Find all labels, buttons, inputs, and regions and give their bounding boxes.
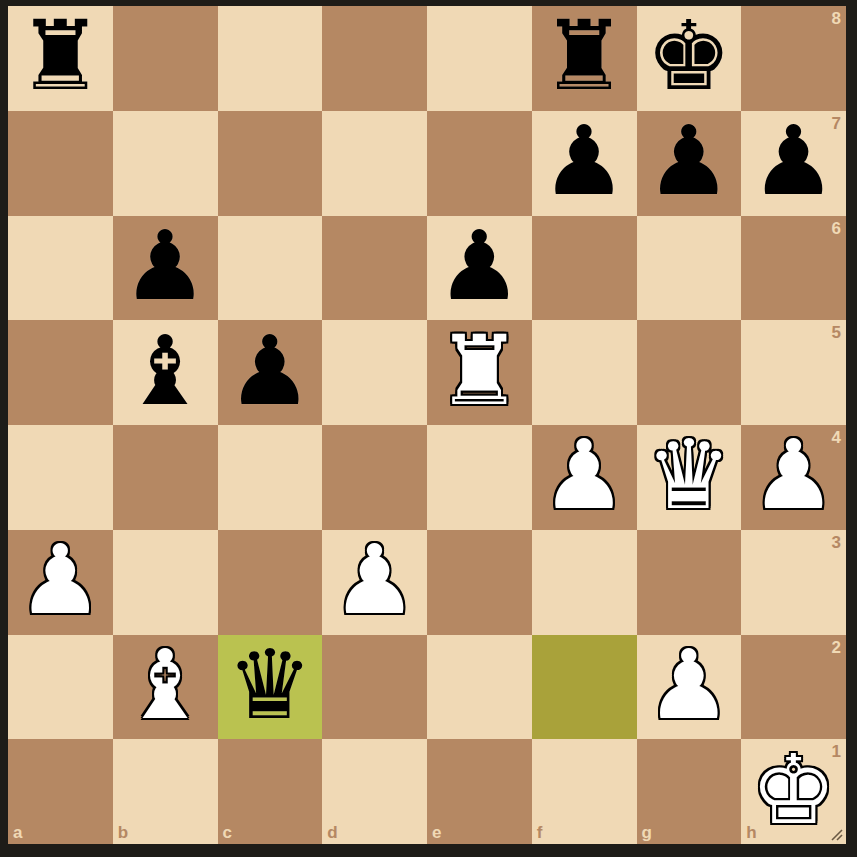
square-c2[interactable]: ♛	[218, 635, 323, 740]
square-c7[interactable]	[218, 111, 323, 216]
white-queen[interactable]: ♛	[646, 423, 732, 527]
square-c3[interactable]	[218, 530, 323, 635]
square-h7[interactable]: 7♟	[741, 111, 846, 216]
square-a7[interactable]	[8, 111, 113, 216]
file-label-f: f	[537, 824, 543, 841]
square-a8[interactable]: ♜	[8, 6, 113, 111]
white-pawn[interactable]: ♟	[751, 423, 837, 527]
file-label-a: a	[13, 824, 22, 841]
square-f7[interactable]: ♟	[532, 111, 637, 216]
square-h5[interactable]: 5	[741, 320, 846, 425]
black-pawn[interactable]: ♟	[646, 109, 732, 213]
white-pawn[interactable]: ♟	[541, 423, 627, 527]
black-pawn[interactable]: ♟	[122, 214, 208, 318]
file-label-d: d	[327, 824, 337, 841]
square-f4[interactable]: ♟	[532, 425, 637, 530]
square-h3[interactable]: 3	[741, 530, 846, 635]
white-pawn[interactable]: ♟	[332, 528, 418, 632]
square-f8[interactable]: ♜	[532, 6, 637, 111]
rank-label-3: 3	[832, 534, 841, 551]
black-pawn[interactable]: ♟	[751, 109, 837, 213]
square-e4[interactable]	[427, 425, 532, 530]
white-rook[interactable]: ♜	[436, 319, 522, 423]
square-d1[interactable]: d	[322, 739, 427, 844]
square-f1[interactable]: f	[532, 739, 637, 844]
file-label-g: g	[642, 824, 652, 841]
file-label-b: b	[118, 824, 128, 841]
white-pawn[interactable]: ♟	[17, 528, 103, 632]
board-resize-handle-icon[interactable]	[828, 826, 844, 842]
file-label-c: c	[223, 824, 232, 841]
square-b7[interactable]	[113, 111, 218, 216]
white-pawn[interactable]: ♟	[646, 633, 732, 737]
square-d4[interactable]	[322, 425, 427, 530]
square-c6[interactable]	[218, 216, 323, 321]
rank-label-6: 6	[832, 220, 841, 237]
square-b3[interactable]	[113, 530, 218, 635]
black-rook[interactable]: ♜	[17, 4, 103, 108]
square-a5[interactable]	[8, 320, 113, 425]
black-rook[interactable]: ♜	[541, 4, 627, 108]
square-h8[interactable]: 8	[741, 6, 846, 111]
square-e1[interactable]: e	[427, 739, 532, 844]
square-b4[interactable]	[113, 425, 218, 530]
square-a3[interactable]: ♟	[8, 530, 113, 635]
square-d7[interactable]	[322, 111, 427, 216]
square-g7[interactable]: ♟	[637, 111, 742, 216]
square-a2[interactable]	[8, 635, 113, 740]
square-g4[interactable]: ♛	[637, 425, 742, 530]
square-g2[interactable]: ♟	[637, 635, 742, 740]
square-a4[interactable]	[8, 425, 113, 530]
black-pawn[interactable]: ♟	[541, 109, 627, 213]
white-king[interactable]: ♚	[751, 738, 837, 842]
square-c5[interactable]: ♟	[218, 320, 323, 425]
square-d3[interactable]: ♟	[322, 530, 427, 635]
square-d2[interactable]	[322, 635, 427, 740]
square-g5[interactable]	[637, 320, 742, 425]
rank-label-2: 2	[832, 639, 841, 656]
black-queen[interactable]: ♛	[227, 633, 313, 737]
square-b5[interactable]: ♝	[113, 320, 218, 425]
white-bishop[interactable]: ♝	[122, 633, 208, 737]
square-b6[interactable]: ♟	[113, 216, 218, 321]
black-bishop[interactable]: ♝	[122, 319, 208, 423]
square-g8[interactable]: ♚	[637, 6, 742, 111]
square-b1[interactable]: b	[113, 739, 218, 844]
square-d8[interactable]	[322, 6, 427, 111]
rank-label-5: 5	[832, 324, 841, 341]
square-e2[interactable]	[427, 635, 532, 740]
square-b8[interactable]	[113, 6, 218, 111]
square-f5[interactable]	[532, 320, 637, 425]
square-g1[interactable]: g	[637, 739, 742, 844]
square-e6[interactable]: ♟	[427, 216, 532, 321]
square-h1[interactable]: 1h♚	[741, 739, 846, 844]
square-f3[interactable]	[532, 530, 637, 635]
square-f6[interactable]	[532, 216, 637, 321]
square-h6[interactable]: 6	[741, 216, 846, 321]
black-pawn[interactable]: ♟	[436, 214, 522, 318]
square-c1[interactable]: c	[218, 739, 323, 844]
square-e7[interactable]	[427, 111, 532, 216]
rank-label-8: 8	[832, 10, 841, 27]
square-d6[interactable]	[322, 216, 427, 321]
square-h2[interactable]: 2	[741, 635, 846, 740]
square-d5[interactable]	[322, 320, 427, 425]
square-g3[interactable]	[637, 530, 742, 635]
square-g6[interactable]	[637, 216, 742, 321]
square-a6[interactable]	[8, 216, 113, 321]
square-e3[interactable]	[427, 530, 532, 635]
board-frame: ♜♜♚8♟♟7♟♟♟6♝♟♜5♟♛4♟♟♟3♝♛♟2abcdefg1h♚	[0, 0, 857, 857]
file-label-e: e	[432, 824, 441, 841]
square-a1[interactable]: a	[8, 739, 113, 844]
square-c4[interactable]	[218, 425, 323, 530]
square-f2[interactable]	[532, 635, 637, 740]
square-c8[interactable]	[218, 6, 323, 111]
square-b2[interactable]: ♝	[113, 635, 218, 740]
black-pawn[interactable]: ♟	[227, 319, 313, 423]
square-e8[interactable]	[427, 6, 532, 111]
square-h4[interactable]: 4♟	[741, 425, 846, 530]
chess-board: ♜♜♚8♟♟7♟♟♟6♝♟♜5♟♛4♟♟♟3♝♛♟2abcdefg1h♚	[8, 6, 846, 844]
square-e5[interactable]: ♜	[427, 320, 532, 425]
black-king[interactable]: ♚	[646, 4, 732, 108]
